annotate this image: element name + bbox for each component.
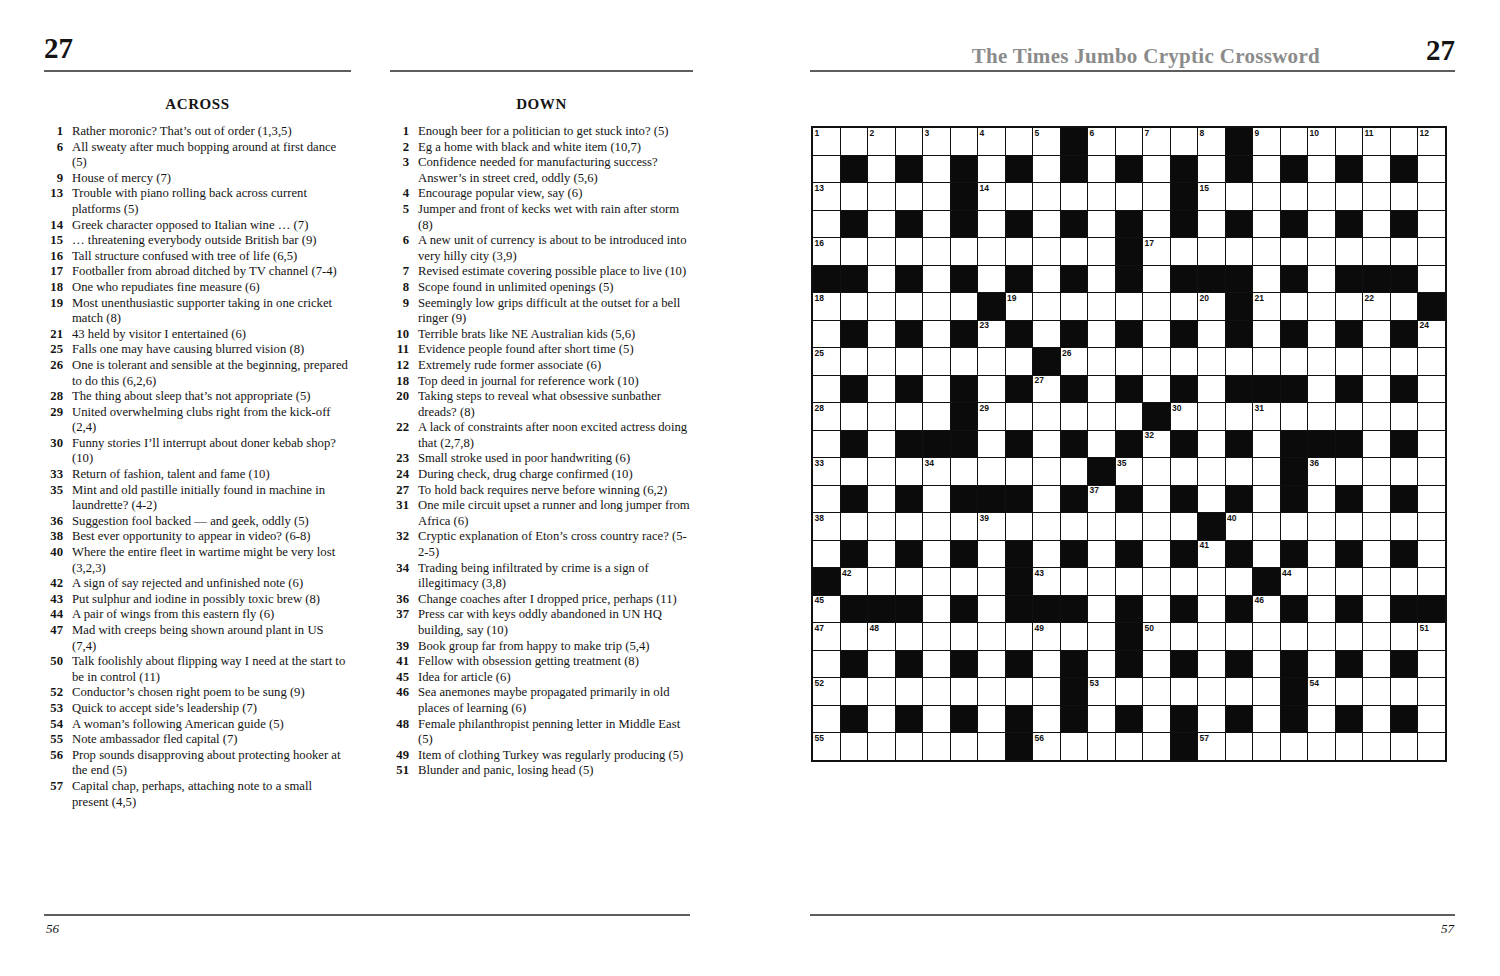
grid-cell[interactable] (1308, 348, 1335, 375)
grid-cell[interactable] (1308, 293, 1335, 320)
grid-cell[interactable]: 49 (1033, 623, 1060, 650)
grid-cell[interactable] (868, 486, 895, 513)
grid-cell[interactable] (1088, 403, 1115, 430)
grid-cell[interactable] (1226, 238, 1253, 265)
grid-cell[interactable] (1088, 238, 1115, 265)
grid-cell[interactable]: 6 (1088, 128, 1115, 155)
grid-cell[interactable] (1308, 651, 1335, 678)
grid-cell[interactable] (1391, 733, 1418, 760)
grid-cell[interactable] (1033, 541, 1060, 568)
grid-cell[interactable] (841, 183, 868, 210)
grid-cell[interactable] (896, 403, 923, 430)
grid-cell[interactable] (1198, 568, 1225, 595)
grid-cell[interactable] (1088, 706, 1115, 733)
grid-cell[interactable]: 2 (868, 128, 895, 155)
grid-cell[interactable] (1061, 238, 1088, 265)
grid-cell[interactable] (1171, 678, 1198, 705)
grid-cell[interactable] (1363, 458, 1390, 485)
grid-cell[interactable] (978, 458, 1005, 485)
grid-cell[interactable] (978, 733, 1005, 760)
grid-cell[interactable] (896, 623, 923, 650)
grid-cell[interactable] (1033, 403, 1060, 430)
grid-cell[interactable] (951, 128, 978, 155)
grid-cell[interactable] (1143, 376, 1170, 403)
grid-cell[interactable] (1281, 238, 1308, 265)
grid-cell[interactable] (951, 293, 978, 320)
grid-cell[interactable] (1418, 486, 1445, 513)
grid-cell[interactable]: 46 (1253, 596, 1280, 623)
grid-cell[interactable] (1006, 183, 1033, 210)
grid-cell[interactable] (868, 376, 895, 403)
grid-cell[interactable] (1198, 706, 1225, 733)
grid-cell[interactable] (1308, 568, 1335, 595)
grid-cell[interactable] (1088, 431, 1115, 458)
grid-cell[interactable] (1143, 733, 1170, 760)
grid-cell[interactable] (951, 458, 978, 485)
grid-cell[interactable] (1116, 183, 1143, 210)
grid-cell[interactable] (1253, 321, 1280, 348)
grid-cell[interactable] (1171, 348, 1198, 375)
grid-cell[interactable] (1171, 238, 1198, 265)
grid-cell[interactable] (1198, 403, 1225, 430)
grid-cell[interactable] (1006, 128, 1033, 155)
grid-cell[interactable] (1088, 156, 1115, 183)
grid-cell[interactable] (868, 238, 895, 265)
grid-cell[interactable]: 14 (978, 183, 1005, 210)
grid-cell[interactable]: 16 (813, 238, 840, 265)
grid-cell[interactable]: 32 (1143, 431, 1170, 458)
grid-cell[interactable] (1418, 156, 1445, 183)
grid-cell[interactable] (1253, 458, 1280, 485)
grid-cell[interactable]: 50 (1143, 623, 1170, 650)
grid-cell[interactable] (1006, 403, 1033, 430)
grid-cell[interactable] (1281, 733, 1308, 760)
grid-cell[interactable] (868, 733, 895, 760)
grid-cell[interactable] (841, 348, 868, 375)
grid-cell[interactable] (1391, 458, 1418, 485)
grid-cell[interactable] (1088, 376, 1115, 403)
grid-cell[interactable] (1253, 733, 1280, 760)
grid-cell[interactable] (1033, 293, 1060, 320)
grid-cell[interactable] (1363, 651, 1390, 678)
grid-cell[interactable] (1308, 211, 1335, 238)
grid-cell[interactable]: 51 (1418, 623, 1445, 650)
grid-cell[interactable] (978, 541, 1005, 568)
grid-cell[interactable]: 54 (1308, 678, 1335, 705)
grid-cell[interactable] (868, 458, 895, 485)
grid-cell[interactable] (1418, 651, 1445, 678)
grid-cell[interactable] (1253, 431, 1280, 458)
grid-cell[interactable] (1336, 348, 1363, 375)
grid-cell[interactable]: 28 (813, 403, 840, 430)
grid-cell[interactable] (1088, 211, 1115, 238)
grid-cell[interactable]: 19 (1006, 293, 1033, 320)
grid-cell[interactable] (1116, 348, 1143, 375)
grid-cell[interactable] (1088, 513, 1115, 540)
grid-cell[interactable] (1088, 568, 1115, 595)
grid-cell[interactable] (1253, 541, 1280, 568)
grid-cell[interactable]: 5 (1033, 128, 1060, 155)
grid-cell[interactable] (813, 376, 840, 403)
grid-cell[interactable] (1226, 733, 1253, 760)
grid-cell[interactable] (978, 623, 1005, 650)
grid-cell[interactable]: 57 (1198, 733, 1225, 760)
grid-cell[interactable] (1033, 486, 1060, 513)
grid-cell[interactable] (841, 623, 868, 650)
grid-cell[interactable] (1198, 376, 1225, 403)
grid-cell[interactable] (813, 651, 840, 678)
grid-cell[interactable] (978, 376, 1005, 403)
grid-cell[interactable]: 18 (813, 293, 840, 320)
grid-cell[interactable] (1061, 458, 1088, 485)
grid-cell[interactable] (1363, 431, 1390, 458)
grid-cell[interactable] (1226, 183, 1253, 210)
grid-cell[interactable] (923, 348, 950, 375)
grid-cell[interactable] (1418, 266, 1445, 293)
grid-cell[interactable] (1336, 623, 1363, 650)
grid-cell[interactable] (896, 293, 923, 320)
grid-cell[interactable] (923, 321, 950, 348)
grid-cell[interactable]: 22 (1363, 293, 1390, 320)
grid-cell[interactable] (923, 403, 950, 430)
grid-cell[interactable] (813, 156, 840, 183)
grid-cell[interactable] (1033, 266, 1060, 293)
grid-cell[interactable]: 52 (813, 678, 840, 705)
grid-cell[interactable] (1308, 596, 1335, 623)
grid-cell[interactable] (1116, 403, 1143, 430)
grid-cell[interactable] (896, 458, 923, 485)
grid-cell[interactable] (1198, 431, 1225, 458)
grid-cell[interactable] (868, 678, 895, 705)
grid-cell[interactable]: 55 (813, 733, 840, 760)
grid-cell[interactable] (978, 211, 1005, 238)
grid-cell[interactable] (1253, 266, 1280, 293)
grid-cell[interactable] (841, 458, 868, 485)
grid-cell[interactable] (1363, 623, 1390, 650)
grid-cell[interactable] (1143, 706, 1170, 733)
grid-cell[interactable]: 42 (841, 568, 868, 595)
grid-cell[interactable]: 47 (813, 623, 840, 650)
grid-cell[interactable] (923, 568, 950, 595)
grid-cell[interactable] (896, 678, 923, 705)
grid-cell[interactable] (841, 513, 868, 540)
grid-cell[interactable] (1143, 156, 1170, 183)
grid-cell[interactable] (1061, 293, 1088, 320)
grid-cell[interactable] (1171, 623, 1198, 650)
grid-cell[interactable] (868, 513, 895, 540)
grid-cell[interactable] (1088, 733, 1115, 760)
grid-cell[interactable] (1143, 651, 1170, 678)
grid-cell[interactable] (1033, 211, 1060, 238)
grid-cell[interactable] (1226, 458, 1253, 485)
grid-cell[interactable] (1061, 623, 1088, 650)
grid-cell[interactable] (1253, 238, 1280, 265)
grid-cell[interactable] (1363, 376, 1390, 403)
grid-cell[interactable] (1006, 623, 1033, 650)
grid-cell[interactable] (1033, 183, 1060, 210)
grid-cell[interactable] (1198, 458, 1225, 485)
grid-cell[interactable] (1198, 348, 1225, 375)
grid-cell[interactable] (1171, 293, 1198, 320)
grid-cell[interactable] (868, 541, 895, 568)
grid-cell[interactable] (896, 513, 923, 540)
grid-cell[interactable] (1198, 156, 1225, 183)
grid-cell[interactable] (923, 376, 950, 403)
grid-cell[interactable] (1143, 293, 1170, 320)
grid-cell[interactable] (1143, 568, 1170, 595)
grid-cell[interactable] (1088, 183, 1115, 210)
grid-cell[interactable]: 41 (1198, 541, 1225, 568)
grid-cell[interactable] (978, 678, 1005, 705)
grid-cell[interactable] (1033, 156, 1060, 183)
grid-cell[interactable] (1336, 513, 1363, 540)
grid-cell[interactable] (1363, 238, 1390, 265)
grid-cell[interactable] (1336, 128, 1363, 155)
grid-cell[interactable] (813, 486, 840, 513)
grid-cell[interactable] (1088, 623, 1115, 650)
grid-cell[interactable] (1363, 156, 1390, 183)
grid-cell[interactable] (868, 211, 895, 238)
grid-cell[interactable] (1171, 513, 1198, 540)
grid-cell[interactable] (1281, 403, 1308, 430)
grid-cell[interactable] (1253, 348, 1280, 375)
grid-cell[interactable] (896, 348, 923, 375)
grid-cell[interactable] (868, 293, 895, 320)
grid-cell[interactable] (1308, 238, 1335, 265)
grid-cell[interactable]: 29 (978, 403, 1005, 430)
grid-cell[interactable] (1391, 403, 1418, 430)
grid-cell[interactable]: 3 (923, 128, 950, 155)
grid-cell[interactable] (951, 678, 978, 705)
grid-cell[interactable] (1336, 293, 1363, 320)
grid-cell[interactable] (1363, 486, 1390, 513)
grid-cell[interactable]: 10 (1308, 128, 1335, 155)
grid-cell[interactable] (1336, 733, 1363, 760)
grid-cell[interactable] (1418, 568, 1445, 595)
grid-cell[interactable] (1116, 568, 1143, 595)
grid-cell[interactable] (1308, 321, 1335, 348)
grid-cell[interactable] (1391, 238, 1418, 265)
grid-cell[interactable]: 7 (1143, 128, 1170, 155)
grid-cell[interactable] (813, 431, 840, 458)
grid-cell[interactable] (1226, 678, 1253, 705)
grid-cell[interactable] (978, 568, 1005, 595)
grid-cell[interactable] (1088, 596, 1115, 623)
grid-cell[interactable] (813, 706, 840, 733)
grid-cell[interactable] (1391, 678, 1418, 705)
grid-cell[interactable] (813, 211, 840, 238)
grid-cell[interactable]: 44 (1281, 568, 1308, 595)
grid-cell[interactable] (1391, 183, 1418, 210)
grid-cell[interactable] (868, 348, 895, 375)
grid-cell[interactable] (923, 678, 950, 705)
grid-cell[interactable] (1143, 513, 1170, 540)
grid-cell[interactable] (1198, 211, 1225, 238)
grid-cell[interactable] (1253, 183, 1280, 210)
grid-cell[interactable] (1418, 348, 1445, 375)
grid-cell[interactable] (923, 238, 950, 265)
grid-cell[interactable] (978, 266, 1005, 293)
grid-cell[interactable] (1088, 293, 1115, 320)
grid-cell[interactable] (923, 183, 950, 210)
grid-cell[interactable]: 1 (813, 128, 840, 155)
grid-cell[interactable]: 37 (1088, 486, 1115, 513)
grid-cell[interactable]: 17 (1143, 238, 1170, 265)
grid-cell[interactable]: 25 (813, 348, 840, 375)
grid-cell[interactable] (868, 568, 895, 595)
grid-cell[interactable] (1143, 596, 1170, 623)
grid-cell[interactable] (841, 733, 868, 760)
grid-cell[interactable] (1253, 678, 1280, 705)
grid-cell[interactable] (1391, 568, 1418, 595)
grid-cell[interactable] (896, 238, 923, 265)
grid-cell[interactable] (1061, 733, 1088, 760)
grid-cell[interactable] (1363, 596, 1390, 623)
grid-cell[interactable] (1033, 321, 1060, 348)
grid-cell[interactable] (1363, 678, 1390, 705)
grid-cell[interactable]: 24 (1418, 321, 1445, 348)
grid-cell[interactable] (1116, 128, 1143, 155)
grid-cell[interactable] (923, 651, 950, 678)
grid-cell[interactable] (1281, 183, 1308, 210)
grid-cell[interactable] (1143, 211, 1170, 238)
grid-cell[interactable]: 9 (1253, 128, 1280, 155)
grid-cell[interactable] (1033, 431, 1060, 458)
grid-cell[interactable]: 8 (1198, 128, 1225, 155)
grid-cell[interactable] (978, 156, 1005, 183)
grid-cell[interactable] (1336, 678, 1363, 705)
grid-cell[interactable] (841, 678, 868, 705)
grid-cell[interactable] (896, 183, 923, 210)
grid-cell[interactable] (1253, 706, 1280, 733)
grid-cell[interactable] (1363, 568, 1390, 595)
grid-cell[interactable] (1308, 706, 1335, 733)
grid-cell[interactable] (1281, 293, 1308, 320)
grid-cell[interactable] (1226, 403, 1253, 430)
grid-cell[interactable] (1143, 541, 1170, 568)
grid-cell[interactable]: 21 (1253, 293, 1280, 320)
grid-cell[interactable] (1363, 541, 1390, 568)
grid-cell[interactable]: 45 (813, 596, 840, 623)
grid-cell[interactable] (868, 403, 895, 430)
grid-cell[interactable] (1308, 733, 1335, 760)
grid-cell[interactable] (1418, 513, 1445, 540)
grid-cell[interactable] (951, 733, 978, 760)
grid-cell[interactable] (1418, 678, 1445, 705)
grid-cell[interactable] (1418, 706, 1445, 733)
grid-cell[interactable] (1006, 348, 1033, 375)
grid-cell[interactable] (1033, 238, 1060, 265)
grid-cell[interactable] (813, 321, 840, 348)
grid-cell[interactable] (868, 706, 895, 733)
grid-cell[interactable]: 56 (1033, 733, 1060, 760)
grid-cell[interactable] (1308, 623, 1335, 650)
grid-cell[interactable] (1308, 541, 1335, 568)
grid-cell[interactable] (1116, 293, 1143, 320)
grid-cell[interactable]: 33 (813, 458, 840, 485)
grid-cell[interactable] (1226, 568, 1253, 595)
grid-cell[interactable] (813, 541, 840, 568)
grid-cell[interactable] (1006, 458, 1033, 485)
grid-cell[interactable] (923, 541, 950, 568)
grid-cell[interactable] (1418, 211, 1445, 238)
grid-cell[interactable] (1061, 513, 1088, 540)
grid-cell[interactable] (1198, 321, 1225, 348)
grid-cell[interactable] (868, 266, 895, 293)
grid-cell[interactable] (841, 238, 868, 265)
grid-cell[interactable] (978, 348, 1005, 375)
grid-cell[interactable] (1116, 513, 1143, 540)
grid-cell[interactable] (923, 211, 950, 238)
grid-cell[interactable] (1363, 211, 1390, 238)
grid-cell[interactable] (1336, 238, 1363, 265)
grid-cell[interactable] (1418, 183, 1445, 210)
grid-cell[interactable] (896, 568, 923, 595)
grid-cell[interactable] (1253, 156, 1280, 183)
grid-cell[interactable] (1198, 623, 1225, 650)
grid-cell[interactable] (978, 651, 1005, 678)
grid-cell[interactable] (923, 623, 950, 650)
grid-cell[interactable] (1116, 733, 1143, 760)
grid-cell[interactable] (1033, 706, 1060, 733)
grid-cell[interactable] (1308, 513, 1335, 540)
grid-cell[interactable]: 39 (978, 513, 1005, 540)
grid-cell[interactable] (978, 596, 1005, 623)
grid-cell[interactable] (923, 706, 950, 733)
grid-cell[interactable] (951, 623, 978, 650)
grid-cell[interactable] (841, 403, 868, 430)
grid-cell[interactable] (1143, 486, 1170, 513)
grid-cell[interactable] (1088, 348, 1115, 375)
grid-cell[interactable] (923, 156, 950, 183)
grid-cell[interactable] (1391, 348, 1418, 375)
grid-cell[interactable] (1308, 403, 1335, 430)
grid-cell[interactable]: 53 (1088, 678, 1115, 705)
grid-cell[interactable] (841, 128, 868, 155)
grid-cell[interactable] (868, 183, 895, 210)
grid-cell[interactable] (951, 513, 978, 540)
grid-cell[interactable] (1336, 183, 1363, 210)
grid-cell[interactable] (951, 348, 978, 375)
grid-cell[interactable] (1363, 513, 1390, 540)
grid-cell[interactable] (1308, 486, 1335, 513)
grid-cell[interactable]: 13 (813, 183, 840, 210)
grid-cell[interactable] (1088, 321, 1115, 348)
grid-cell[interactable] (1006, 513, 1033, 540)
grid-cell[interactable] (1061, 403, 1088, 430)
grid-cell[interactable]: 27 (1033, 376, 1060, 403)
grid-cell[interactable] (923, 486, 950, 513)
grid-cell[interactable] (1336, 403, 1363, 430)
grid-cell[interactable] (923, 513, 950, 540)
grid-cell[interactable] (1143, 183, 1170, 210)
grid-cell[interactable] (1088, 266, 1115, 293)
grid-cell[interactable]: 26 (1061, 348, 1088, 375)
grid-cell[interactable]: 4 (978, 128, 1005, 155)
grid-cell[interactable] (1308, 183, 1335, 210)
grid-cell[interactable] (1281, 623, 1308, 650)
grid-cell[interactable] (1226, 348, 1253, 375)
grid-cell[interactable] (868, 431, 895, 458)
grid-cell[interactable]: 48 (868, 623, 895, 650)
grid-cell[interactable] (978, 431, 1005, 458)
grid-cell[interactable]: 36 (1308, 458, 1335, 485)
grid-cell[interactable]: 40 (1226, 513, 1253, 540)
grid-cell[interactable] (1363, 403, 1390, 430)
grid-cell[interactable]: 23 (978, 321, 1005, 348)
grid-cell[interactable] (1143, 678, 1170, 705)
grid-cell[interactable] (1253, 651, 1280, 678)
